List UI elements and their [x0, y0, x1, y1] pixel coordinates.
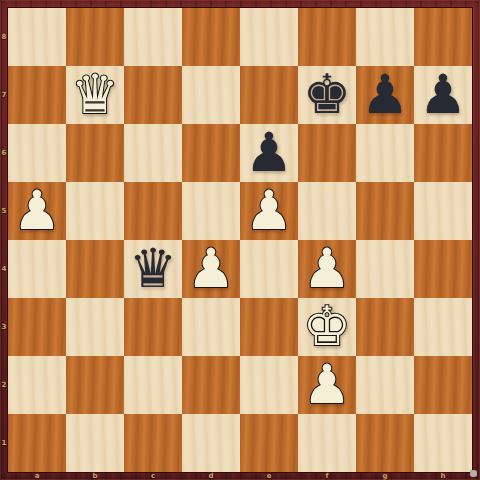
- square-d5[interactable]: [182, 182, 240, 240]
- square-b7[interactable]: ♛: [66, 66, 124, 124]
- square-f6[interactable]: [298, 124, 356, 182]
- square-c8[interactable]: [124, 8, 182, 66]
- white-pawn-f4[interactable]: ♟: [303, 240, 351, 298]
- square-d3[interactable]: [182, 298, 240, 356]
- square-d7[interactable]: [182, 66, 240, 124]
- square-c7[interactable]: [124, 66, 182, 124]
- square-d2[interactable]: [182, 356, 240, 414]
- square-e8[interactable]: [240, 8, 298, 66]
- square-a7[interactable]: [8, 66, 66, 124]
- square-b6[interactable]: [66, 124, 124, 182]
- file-label-h: h: [441, 473, 446, 480]
- rank-label-3: 3: [2, 324, 7, 331]
- square-c5[interactable]: [124, 182, 182, 240]
- square-c4[interactable]: ♛: [124, 240, 182, 298]
- square-a4[interactable]: [8, 240, 66, 298]
- square-e4[interactable]: [240, 240, 298, 298]
- square-b2[interactable]: [66, 356, 124, 414]
- rank-label-6: 6: [2, 150, 7, 157]
- square-a6[interactable]: [8, 124, 66, 182]
- square-c2[interactable]: [124, 356, 182, 414]
- white-pawn-a5[interactable]: ♟: [13, 182, 61, 240]
- rank-label-1: 1: [2, 440, 7, 447]
- square-b1[interactable]: [66, 414, 124, 472]
- chess-board: ♛♚♟♟♟♟♟♛♟♟♚♟: [8, 8, 472, 472]
- square-h2[interactable]: [414, 356, 472, 414]
- file-label-g: g: [382, 473, 387, 480]
- square-g3[interactable]: [356, 298, 414, 356]
- square-b4[interactable]: [66, 240, 124, 298]
- black-pawn-g7[interactable]: ♟: [361, 66, 409, 124]
- square-h8[interactable]: [414, 8, 472, 66]
- file-label-d: d: [208, 473, 213, 480]
- square-f1[interactable]: [298, 414, 356, 472]
- white-pawn-e5[interactable]: ♟: [245, 182, 293, 240]
- square-c3[interactable]: [124, 298, 182, 356]
- corner-logo-badge: [470, 470, 477, 477]
- square-g8[interactable]: [356, 8, 414, 66]
- square-c1[interactable]: [124, 414, 182, 472]
- rank-label-7: 7: [2, 92, 7, 99]
- rank-label-4: 4: [2, 266, 7, 273]
- square-e7[interactable]: [240, 66, 298, 124]
- square-e6[interactable]: ♟: [240, 124, 298, 182]
- black-pawn-h7[interactable]: ♟: [419, 66, 467, 124]
- square-h1[interactable]: [414, 414, 472, 472]
- square-a3[interactable]: [8, 298, 66, 356]
- square-h7[interactable]: ♟: [414, 66, 472, 124]
- square-g6[interactable]: [356, 124, 414, 182]
- square-g7[interactable]: ♟: [356, 66, 414, 124]
- square-g1[interactable]: [356, 414, 414, 472]
- white-queen-b7[interactable]: ♛: [71, 66, 119, 124]
- file-label-a: a: [35, 473, 40, 480]
- square-b5[interactable]: [66, 182, 124, 240]
- file-label-f: f: [325, 473, 328, 480]
- white-king-f3[interactable]: ♚: [303, 298, 351, 356]
- square-f2[interactable]: ♟: [298, 356, 356, 414]
- rank-label-2: 2: [2, 382, 7, 389]
- file-label-e: e: [267, 473, 272, 480]
- square-a5[interactable]: ♟: [8, 182, 66, 240]
- square-d8[interactable]: [182, 8, 240, 66]
- square-a1[interactable]: [8, 414, 66, 472]
- square-g4[interactable]: [356, 240, 414, 298]
- square-b3[interactable]: [66, 298, 124, 356]
- square-a2[interactable]: [8, 356, 66, 414]
- rank-label-5: 5: [2, 208, 7, 215]
- square-f3[interactable]: ♚: [298, 298, 356, 356]
- square-e1[interactable]: [240, 414, 298, 472]
- file-label-c: c: [151, 473, 155, 480]
- square-d4[interactable]: ♟: [182, 240, 240, 298]
- white-pawn-f2[interactable]: ♟: [303, 356, 351, 414]
- square-a8[interactable]: [8, 8, 66, 66]
- square-f7[interactable]: ♚: [298, 66, 356, 124]
- square-e3[interactable]: [240, 298, 298, 356]
- square-h5[interactable]: [414, 182, 472, 240]
- black-queen-c4[interactable]: ♛: [129, 240, 177, 298]
- square-d1[interactable]: [182, 414, 240, 472]
- square-b8[interactable]: [66, 8, 124, 66]
- square-h6[interactable]: [414, 124, 472, 182]
- square-g2[interactable]: [356, 356, 414, 414]
- square-h4[interactable]: [414, 240, 472, 298]
- black-king-f7[interactable]: ♚: [303, 66, 351, 124]
- white-pawn-d4[interactable]: ♟: [187, 240, 235, 298]
- square-e5[interactable]: ♟: [240, 182, 298, 240]
- black-pawn-e6[interactable]: ♟: [245, 124, 293, 182]
- square-g5[interactable]: [356, 182, 414, 240]
- board-frame: ♛♚♟♟♟♟♟♛♟♟♚♟ 87654321 abcdefgh: [0, 0, 480, 480]
- file-label-b: b: [92, 473, 97, 480]
- rank-label-8: 8: [2, 34, 7, 41]
- square-f8[interactable]: [298, 8, 356, 66]
- square-e2[interactable]: [240, 356, 298, 414]
- square-d6[interactable]: [182, 124, 240, 182]
- square-c6[interactable]: [124, 124, 182, 182]
- square-f5[interactable]: [298, 182, 356, 240]
- square-h3[interactable]: [414, 298, 472, 356]
- square-f4[interactable]: ♟: [298, 240, 356, 298]
